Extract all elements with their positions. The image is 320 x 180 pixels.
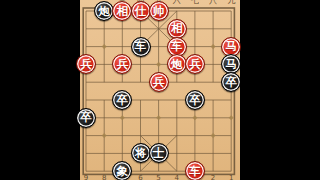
letterbox-left bbox=[0, 0, 80, 180]
piece-red-soldier[interactable]: 兵 bbox=[149, 72, 169, 92]
piece-red-cannon[interactable]: 炮 bbox=[167, 54, 187, 74]
piece-black-chariot[interactable]: 车 bbox=[131, 37, 151, 57]
piece-black-soldier[interactable]: 卒 bbox=[112, 90, 132, 110]
piece-red-advisor[interactable]: 仕 bbox=[131, 1, 151, 21]
piece-black-cannon[interactable]: 炮 bbox=[94, 1, 114, 21]
piece-black-soldier[interactable]: 卒 bbox=[185, 90, 205, 110]
letterbox-right bbox=[240, 0, 320, 180]
piece-red-chariot[interactable]: 车 bbox=[185, 161, 205, 180]
piece-red-elephant[interactable]: 相 bbox=[112, 1, 132, 21]
piece-red-king[interactable]: 帅 bbox=[149, 1, 169, 21]
piece-black-king[interactable]: 将 bbox=[131, 143, 151, 163]
piece-red-soldier[interactable]: 兵 bbox=[185, 54, 205, 74]
xiangqi-board[interactable]: 一二三四五六七八九 987654321 炮相仕帅相车车马兵兵炮兵马兵卒卒卒卒将士… bbox=[80, 0, 240, 180]
piece-black-soldier[interactable]: 卒 bbox=[76, 108, 96, 128]
piece-black-soldier[interactable]: 卒 bbox=[221, 72, 241, 92]
piece-red-soldier[interactable]: 兵 bbox=[112, 54, 132, 74]
piece-black-advisor[interactable]: 士 bbox=[149, 143, 169, 163]
video-frame: 一二三四五六七八九 987654321 炮相仕帅相车车马兵兵炮兵马兵卒卒卒卒将士… bbox=[0, 0, 320, 180]
piece-red-soldier[interactable]: 兵 bbox=[76, 54, 96, 74]
piece-black-elephant[interactable]: 象 bbox=[112, 161, 132, 180]
